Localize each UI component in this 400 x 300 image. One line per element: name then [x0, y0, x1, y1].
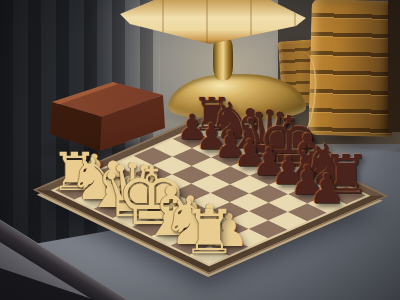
photo-scene: ♜♟♞♟♝♟♛♟♚♟♝♟♟♞♜♟♟♜♞♟♟♝♟♛♟♚♟♝♟♞♟♜	[0, 0, 400, 300]
piece-black-pawn-h7: ♟	[308, 169, 345, 210]
piece-white-rook-h1: ♜	[182, 203, 236, 264]
chess-pieces-layer: ♜♟♞♟♝♟♛♟♚♟♝♟♟♞♜♟♟♜♞♟♟♝♟♛♟♚♟♝♟♞♟♜	[0, 0, 400, 300]
